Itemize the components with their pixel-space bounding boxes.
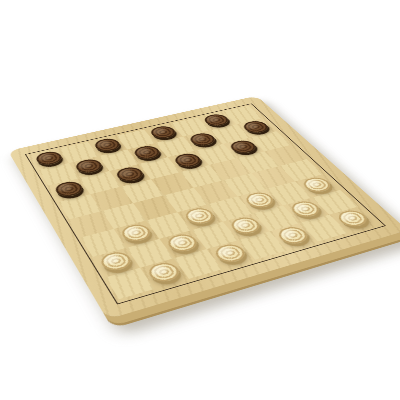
dark-checker[interactable] — [113, 165, 146, 183]
dark-checker[interactable] — [72, 157, 104, 174]
board-playfield — [25, 103, 386, 304]
photo-background — [0, 0, 400, 400]
checkers-board — [8, 96, 400, 320]
board-grid — [30, 106, 378, 299]
dark-checker[interactable] — [239, 119, 271, 134]
